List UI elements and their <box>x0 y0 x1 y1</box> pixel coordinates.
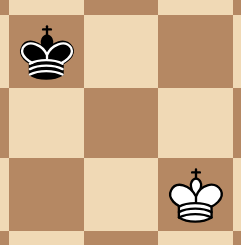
square-r4c3[interactable] <box>158 231 233 245</box>
square-r0c1[interactable] <box>9 0 84 15</box>
square-r3c2[interactable] <box>84 158 158 231</box>
chess-board <box>0 0 241 245</box>
square-r2c1[interactable] <box>9 88 84 158</box>
square-r3c3[interactable] <box>158 158 233 231</box>
square-r0c4[interactable] <box>233 0 241 15</box>
square-r1c3[interactable] <box>158 15 233 88</box>
square-r1c4[interactable] <box>233 15 241 88</box>
square-r4c2[interactable] <box>84 231 158 245</box>
square-r3c0[interactable] <box>0 158 9 231</box>
square-r4c4[interactable] <box>233 231 241 245</box>
square-r2c3[interactable] <box>158 88 233 158</box>
white-king-piece[interactable] <box>161 160 231 230</box>
square-r3c4[interactable] <box>233 158 241 231</box>
square-r2c4[interactable] <box>233 88 241 158</box>
square-r0c3[interactable] <box>158 0 233 15</box>
square-r4c1[interactable] <box>9 231 84 245</box>
square-r1c1[interactable] <box>9 15 84 88</box>
square-r1c2[interactable] <box>84 15 158 88</box>
square-r2c2[interactable] <box>84 88 158 158</box>
square-r3c1[interactable] <box>9 158 84 231</box>
black-king-piece[interactable] <box>12 17 82 87</box>
square-r0c2[interactable] <box>84 0 158 15</box>
square-r1c0[interactable] <box>0 15 9 88</box>
square-r2c0[interactable] <box>0 88 9 158</box>
square-r4c0[interactable] <box>0 231 9 245</box>
square-r0c0[interactable] <box>0 0 9 15</box>
